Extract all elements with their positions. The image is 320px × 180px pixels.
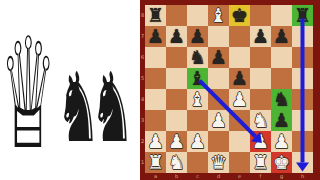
square-a7[interactable]: ♟: [145, 26, 166, 47]
black-knight-cartoon-icon: ♞: [90, 60, 135, 156]
rank-label-2: 2: [140, 131, 145, 152]
white-pawn-piece[interactable]: ♟: [252, 131, 269, 152]
square-g2[interactable]: ♟: [271, 131, 292, 152]
white-knight-piece[interactable]: ♞: [252, 110, 269, 131]
square-f4[interactable]: [250, 89, 271, 110]
square-h3[interactable]: [292, 110, 313, 131]
white-pawn-piece[interactable]: ♟: [147, 131, 164, 152]
chess-board[interactable]: ♜♝♚♜♟♟♟♟♟♞♟♝♟♝♟♞♟♞♟♟♟♟♟♟♜♞♛♜♚: [145, 5, 313, 173]
square-a2[interactable]: ♟: [145, 131, 166, 152]
white-pawn-piece[interactable]: ♟: [273, 131, 290, 152]
chess-cartoon-illustration: ♕ ♞ ♞: [0, 0, 140, 180]
white-pawn-piece[interactable]: ♟: [210, 110, 227, 131]
white-pawn-piece[interactable]: ♟: [231, 89, 248, 110]
square-c4[interactable]: ♝: [187, 89, 208, 110]
square-h6[interactable]: [292, 47, 313, 68]
square-e4[interactable]: ♟: [229, 89, 250, 110]
square-d7[interactable]: [208, 26, 229, 47]
rank-label-1: 1: [140, 152, 145, 173]
square-f8[interactable]: [250, 5, 271, 26]
square-a6[interactable]: [145, 47, 166, 68]
square-c3[interactable]: [187, 110, 208, 131]
square-d1[interactable]: ♛: [208, 152, 229, 173]
square-h2[interactable]: [292, 131, 313, 152]
square-c2[interactable]: ♟: [187, 131, 208, 152]
square-f3[interactable]: ♞: [250, 110, 271, 131]
square-f7[interactable]: ♟: [250, 26, 271, 47]
square-b7[interactable]: ♟: [166, 26, 187, 47]
square-c6[interactable]: ♞: [187, 47, 208, 68]
square-h8[interactable]: ♜: [292, 5, 313, 26]
file-label-e: e: [229, 173, 250, 180]
square-a4[interactable]: [145, 89, 166, 110]
rank-label-6: 6: [140, 47, 145, 68]
square-b1[interactable]: ♞: [166, 152, 187, 173]
black-bishop-piece[interactable]: ♝: [189, 68, 206, 89]
square-e8[interactable]: ♚: [229, 5, 250, 26]
square-e3[interactable]: [229, 110, 250, 131]
square-h5[interactable]: [292, 68, 313, 89]
square-a5[interactable]: [145, 68, 166, 89]
black-king-piece[interactable]: ♚: [231, 5, 248, 26]
file-label-d: d: [208, 173, 229, 180]
black-pawn-piece[interactable]: ♟: [273, 110, 290, 131]
file-label-b: b: [166, 173, 187, 180]
square-e2[interactable]: [229, 131, 250, 152]
square-e5[interactable]: ♟: [229, 68, 250, 89]
square-g1[interactable]: ♚: [271, 152, 292, 173]
black-pawn-piece[interactable]: ♟: [147, 26, 164, 47]
square-h1[interactable]: [292, 152, 313, 173]
black-pawn-piece[interactable]: ♟: [189, 26, 206, 47]
square-a1[interactable]: ♜: [145, 152, 166, 173]
rank-label-7: 7: [140, 26, 145, 47]
white-queen-piece[interactable]: ♛: [210, 152, 227, 173]
white-bishop-piece[interactable]: ♝: [210, 5, 227, 26]
rank-label-4: 4: [140, 89, 145, 110]
square-g5[interactable]: [271, 68, 292, 89]
square-d8[interactable]: ♝: [208, 5, 229, 26]
square-g3[interactable]: ♟: [271, 110, 292, 131]
white-queen-cartoon-icon: ♕: [0, 17, 56, 170]
square-a8[interactable]: ♜: [145, 5, 166, 26]
square-b3[interactable]: [166, 110, 187, 131]
rank-label-3: 3: [140, 110, 145, 131]
white-bishop-piece[interactable]: ♝: [189, 89, 206, 110]
square-g4[interactable]: ♞: [271, 89, 292, 110]
black-rook-piece[interactable]: ♜: [147, 5, 164, 26]
file-label-f: f: [250, 173, 271, 180]
white-king-piece[interactable]: ♚: [273, 152, 290, 173]
square-b6[interactable]: [166, 47, 187, 68]
square-d3[interactable]: ♟: [208, 110, 229, 131]
square-b2[interactable]: ♟: [166, 131, 187, 152]
square-d5[interactable]: [208, 68, 229, 89]
black-rook-piece[interactable]: ♜: [294, 5, 311, 26]
square-f6[interactable]: [250, 47, 271, 68]
black-pawn-piece[interactable]: ♟: [252, 26, 269, 47]
white-rook-piece[interactable]: ♜: [252, 152, 269, 173]
square-b5[interactable]: [166, 68, 187, 89]
file-label-h: h: [292, 173, 313, 180]
square-e7[interactable]: [229, 26, 250, 47]
file-label-g: g: [271, 173, 292, 180]
chess-board-frame: ♜♝♚♜♟♟♟♟♟♞♟♝♟♝♟♞♟♞♟♟♟♟♟♟♜♞♛♜♚ abcdefgh87…: [140, 0, 320, 180]
square-c5[interactable]: ♝: [187, 68, 208, 89]
square-g8[interactable]: [271, 5, 292, 26]
square-a3[interactable]: [145, 110, 166, 131]
rank-label-8: 8: [140, 5, 145, 26]
white-knight-piece[interactable]: ♞: [168, 152, 185, 173]
screenshot-root: ♕ ♞ ♞ ♜♝♚♜♟♟♟♟♟♞♟♝♟♝♟♞♟♞♟♟♟♟♟♟♜♞♛♜♚ abcd…: [0, 0, 320, 180]
black-knight-piece[interactable]: ♞: [189, 47, 206, 68]
white-pawn-piece[interactable]: ♟: [168, 131, 185, 152]
black-pawn-piece[interactable]: ♟: [210, 47, 227, 68]
square-h7[interactable]: [292, 26, 313, 47]
square-f1[interactable]: ♜: [250, 152, 271, 173]
black-pawn-piece[interactable]: ♟: [273, 26, 290, 47]
square-f5[interactable]: [250, 68, 271, 89]
square-f2[interactable]: ♟: [250, 131, 271, 152]
black-pawn-piece[interactable]: ♟: [231, 68, 248, 89]
square-d4[interactable]: [208, 89, 229, 110]
black-knight-piece[interactable]: ♞: [273, 89, 290, 110]
white-pawn-piece[interactable]: ♟: [189, 131, 206, 152]
square-g7[interactable]: ♟: [271, 26, 292, 47]
square-b4[interactable]: [166, 89, 187, 110]
file-label-c: c: [187, 173, 208, 180]
rank-label-5: 5: [140, 68, 145, 89]
square-e6[interactable]: [229, 47, 250, 68]
file-label-a: a: [145, 173, 166, 180]
square-d6[interactable]: ♟: [208, 47, 229, 68]
square-d2[interactable]: [208, 131, 229, 152]
square-g6[interactable]: [271, 47, 292, 68]
white-rook-piece[interactable]: ♜: [147, 152, 164, 173]
square-b8[interactable]: [166, 5, 187, 26]
black-pawn-piece[interactable]: ♟: [168, 26, 185, 47]
square-c7[interactable]: ♟: [187, 26, 208, 47]
square-c8[interactable]: [187, 5, 208, 26]
square-h4[interactable]: [292, 89, 313, 110]
square-e1[interactable]: [229, 152, 250, 173]
square-c1[interactable]: [187, 152, 208, 173]
